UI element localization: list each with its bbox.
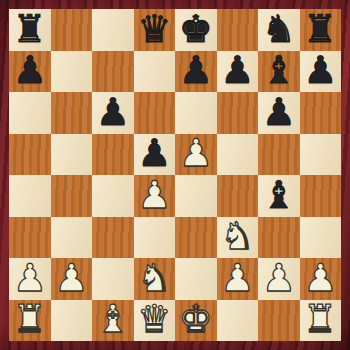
- piece-black-pawn: ♟: [262, 93, 296, 131]
- square-a8[interactable]: ♜: [9, 9, 51, 51]
- square-f5[interactable]: [217, 134, 259, 176]
- piece-black-pawn: ♟: [96, 93, 130, 131]
- piece-white-pawn: ♟: [13, 259, 47, 297]
- square-e2[interactable]: [175, 258, 217, 300]
- square-c2[interactable]: [92, 258, 134, 300]
- square-b1[interactable]: [51, 300, 93, 342]
- square-d8[interactable]: ♛: [134, 9, 176, 51]
- square-b2[interactable]: ♟: [51, 258, 93, 300]
- square-e7[interactable]: ♟: [175, 51, 217, 93]
- square-e4[interactable]: [175, 175, 217, 217]
- square-f3[interactable]: ♞: [217, 217, 259, 259]
- piece-black-king: ♚: [179, 10, 213, 48]
- piece-white-rook: ♜: [303, 300, 337, 338]
- chess-board: ♜♛♚♞♜♟♟♟♝♟♟♟♟♟♟♝♞♟♟♞♟♟♟♜♝♛♚♜: [9, 9, 341, 341]
- square-d2[interactable]: ♞: [134, 258, 176, 300]
- square-h8[interactable]: ♜: [300, 9, 342, 51]
- piece-white-king: ♚: [179, 300, 213, 338]
- square-a1[interactable]: ♜: [9, 300, 51, 342]
- square-f7[interactable]: ♟: [217, 51, 259, 93]
- square-a3[interactable]: [9, 217, 51, 259]
- square-d1[interactable]: ♛: [134, 300, 176, 342]
- piece-black-queen: ♛: [137, 10, 171, 48]
- square-h5[interactable]: [300, 134, 342, 176]
- square-a6[interactable]: [9, 92, 51, 134]
- square-b6[interactable]: [51, 92, 93, 134]
- square-d3[interactable]: [134, 217, 176, 259]
- square-f4[interactable]: [217, 175, 259, 217]
- piece-black-knight: ♞: [262, 10, 296, 48]
- square-a2[interactable]: ♟: [9, 258, 51, 300]
- square-e1[interactable]: ♚: [175, 300, 217, 342]
- piece-black-pawn: ♟: [137, 134, 171, 172]
- square-h3[interactable]: [300, 217, 342, 259]
- piece-white-pawn: ♟: [220, 259, 254, 297]
- piece-white-pawn: ♟: [179, 134, 213, 172]
- square-e8[interactable]: ♚: [175, 9, 217, 51]
- square-d5[interactable]: ♟: [134, 134, 176, 176]
- square-f1[interactable]: [217, 300, 259, 342]
- square-f8[interactable]: [217, 9, 259, 51]
- piece-black-pawn: ♟: [220, 51, 254, 89]
- piece-white-rook: ♜: [13, 300, 47, 338]
- square-c7[interactable]: [92, 51, 134, 93]
- square-b8[interactable]: [51, 9, 93, 51]
- piece-white-queen: ♛: [137, 300, 171, 338]
- piece-white-pawn: ♟: [303, 259, 337, 297]
- piece-black-pawn: ♟: [303, 51, 337, 89]
- piece-black-pawn: ♟: [13, 51, 47, 89]
- square-f6[interactable]: [217, 92, 259, 134]
- square-g6[interactable]: ♟: [258, 92, 300, 134]
- piece-white-knight: ♞: [220, 217, 254, 255]
- square-d4[interactable]: ♟: [134, 175, 176, 217]
- square-c5[interactable]: [92, 134, 134, 176]
- square-e5[interactable]: ♟: [175, 134, 217, 176]
- piece-white-bishop: ♝: [96, 300, 130, 338]
- square-b4[interactable]: [51, 175, 93, 217]
- piece-white-pawn: ♟: [262, 259, 296, 297]
- square-d7[interactable]: [134, 51, 176, 93]
- square-c6[interactable]: ♟: [92, 92, 134, 134]
- square-e6[interactable]: [175, 92, 217, 134]
- piece-black-rook: ♜: [303, 10, 337, 48]
- piece-black-bishop: ♝: [262, 176, 296, 214]
- square-c3[interactable]: [92, 217, 134, 259]
- square-g3[interactable]: [258, 217, 300, 259]
- square-e3[interactable]: [175, 217, 217, 259]
- square-g4[interactable]: ♝: [258, 175, 300, 217]
- square-a4[interactable]: [9, 175, 51, 217]
- piece-white-knight: ♞: [137, 259, 171, 297]
- square-h4[interactable]: [300, 175, 342, 217]
- piece-black-pawn: ♟: [179, 51, 213, 89]
- square-b3[interactable]: [51, 217, 93, 259]
- piece-white-pawn: ♟: [54, 259, 88, 297]
- square-a5[interactable]: [9, 134, 51, 176]
- square-h6[interactable]: [300, 92, 342, 134]
- piece-white-pawn: ♟: [137, 176, 171, 214]
- square-g1[interactable]: [258, 300, 300, 342]
- square-c1[interactable]: ♝: [92, 300, 134, 342]
- square-b5[interactable]: [51, 134, 93, 176]
- square-c4[interactable]: [92, 175, 134, 217]
- piece-black-bishop: ♝: [262, 51, 296, 89]
- square-g7[interactable]: ♝: [258, 51, 300, 93]
- square-h7[interactable]: ♟: [300, 51, 342, 93]
- square-h1[interactable]: ♜: [300, 300, 342, 342]
- square-a7[interactable]: ♟: [9, 51, 51, 93]
- board-frame: ♜♛♚♞♜♟♟♟♝♟♟♟♟♟♟♝♞♟♟♞♟♟♟♜♝♛♚♜: [0, 0, 350, 350]
- square-c8[interactable]: [92, 9, 134, 51]
- square-g5[interactable]: [258, 134, 300, 176]
- square-f2[interactable]: ♟: [217, 258, 259, 300]
- piece-black-rook: ♜: [13, 10, 47, 48]
- square-d6[interactable]: [134, 92, 176, 134]
- square-h2[interactable]: ♟: [300, 258, 342, 300]
- square-g8[interactable]: ♞: [258, 9, 300, 51]
- square-g2[interactable]: ♟: [258, 258, 300, 300]
- square-b7[interactable]: [51, 51, 93, 93]
